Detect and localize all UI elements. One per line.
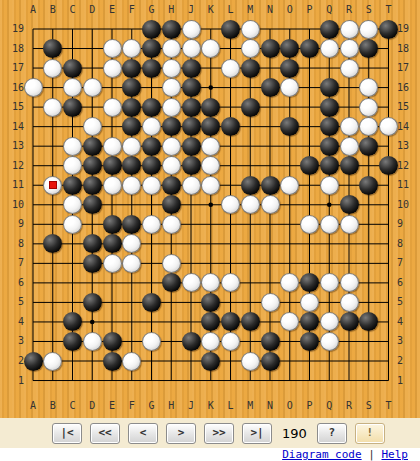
white-stone-M18 bbox=[241, 39, 260, 58]
coord-label: 18 bbox=[397, 42, 420, 56]
coord-label: T bbox=[380, 399, 398, 413]
coord-label: 19 bbox=[0, 22, 24, 36]
white-stone-F11 bbox=[122, 176, 141, 195]
white-stone-N5 bbox=[261, 293, 280, 312]
black-stone-H11 bbox=[162, 176, 181, 195]
coord-label: J bbox=[182, 399, 200, 413]
coord-label: O bbox=[281, 399, 299, 413]
black-stone-J14 bbox=[182, 117, 201, 136]
white-stone-L3 bbox=[221, 332, 240, 351]
black-stone-H14 bbox=[162, 117, 181, 136]
nav-forward-fast-button[interactable]: >> bbox=[204, 423, 234, 444]
black-stone-Q12 bbox=[320, 156, 339, 175]
white-stone-E7 bbox=[103, 254, 122, 273]
black-stone-E9 bbox=[103, 215, 122, 234]
coord-label: E bbox=[103, 3, 121, 17]
coord-label: 10 bbox=[0, 198, 24, 212]
white-stone-T14 bbox=[379, 117, 398, 136]
black-stone-G17 bbox=[142, 59, 161, 78]
white-stone-Q18 bbox=[320, 39, 339, 58]
coord-label: H bbox=[162, 399, 180, 413]
coord-label: 10 bbox=[397, 198, 420, 212]
nav-last-button[interactable]: >| bbox=[242, 423, 272, 444]
coord-label: 13 bbox=[0, 139, 24, 153]
help-button[interactable]: ? bbox=[317, 423, 347, 444]
coord-label: S bbox=[360, 399, 378, 413]
white-stone-B2 bbox=[43, 352, 62, 371]
white-stone-H12 bbox=[162, 156, 181, 175]
black-stone-M15 bbox=[241, 98, 260, 117]
coord-label: F bbox=[123, 3, 141, 17]
star-point bbox=[208, 202, 213, 207]
white-stone-M19 bbox=[241, 20, 260, 39]
coord-label: 14 bbox=[0, 120, 24, 134]
coord-label: B bbox=[44, 3, 62, 17]
black-stone-Q15 bbox=[320, 98, 339, 117]
coord-label: 8 bbox=[0, 237, 24, 251]
coord-label: 6 bbox=[0, 276, 24, 290]
black-stone-Q14 bbox=[320, 117, 339, 136]
coord-label: 15 bbox=[0, 100, 24, 114]
white-stone-J6 bbox=[182, 273, 201, 292]
black-stone-J13 bbox=[182, 137, 201, 156]
black-stone-D7 bbox=[83, 254, 102, 273]
black-stone-C17 bbox=[63, 59, 82, 78]
nav-back-button[interactable]: < bbox=[128, 423, 158, 444]
black-stone-C11 bbox=[63, 176, 82, 195]
white-stone-A16 bbox=[24, 78, 43, 97]
white-stone-R19 bbox=[340, 20, 359, 39]
black-stone-C3 bbox=[63, 332, 82, 351]
coord-label: M bbox=[241, 3, 259, 17]
coord-label: L bbox=[222, 3, 240, 17]
coord-label: 2 bbox=[397, 354, 420, 368]
white-stone-H18 bbox=[162, 39, 181, 58]
black-stone-O17 bbox=[280, 59, 299, 78]
black-stone-H10 bbox=[162, 195, 181, 214]
white-stone-F7 bbox=[122, 254, 141, 273]
white-stone-B15 bbox=[43, 98, 62, 117]
white-stone-H16 bbox=[162, 78, 181, 97]
black-stone-M11 bbox=[241, 176, 260, 195]
coord-label: 5 bbox=[0, 295, 24, 309]
coord-label: 2 bbox=[0, 354, 24, 368]
star-point bbox=[327, 202, 332, 207]
coord-label: 16 bbox=[397, 81, 420, 95]
coord-label: N bbox=[261, 399, 279, 413]
black-stone-H6 bbox=[162, 273, 181, 292]
black-stone-M17 bbox=[241, 59, 260, 78]
coord-label: C bbox=[64, 3, 82, 17]
white-stone-Q3 bbox=[320, 332, 339, 351]
black-stone-Q19 bbox=[320, 20, 339, 39]
white-stone-D14 bbox=[83, 117, 102, 136]
coord-label: E bbox=[103, 399, 121, 413]
white-stone-H15 bbox=[162, 98, 181, 117]
help-link[interactable]: Help bbox=[382, 448, 409, 461]
black-stone-J17 bbox=[182, 59, 201, 78]
coord-label: K bbox=[202, 399, 220, 413]
black-stone-P18 bbox=[300, 39, 319, 58]
go-diagram-app: AABBCCDDEEFFGGHHJJKKLLMMNNOOPPQQRRSSTT19… bbox=[0, 0, 420, 461]
coord-label: 1 bbox=[397, 374, 420, 388]
black-stone-N18 bbox=[261, 39, 280, 58]
white-stone-R5 bbox=[340, 293, 359, 312]
alert-button[interactable]: ! bbox=[355, 423, 385, 444]
black-stone-D11 bbox=[83, 176, 102, 195]
white-stone-P9 bbox=[300, 215, 319, 234]
white-stone-M10 bbox=[241, 195, 260, 214]
black-stone-N3 bbox=[261, 332, 280, 351]
black-stone-C15 bbox=[63, 98, 82, 117]
white-stone-G11 bbox=[142, 176, 161, 195]
coord-label: 4 bbox=[397, 315, 420, 329]
coord-label: S bbox=[360, 3, 378, 17]
coord-label: 17 bbox=[0, 61, 24, 75]
star-point bbox=[208, 85, 213, 90]
black-stone-D8 bbox=[83, 234, 102, 253]
white-stone-R6 bbox=[340, 273, 359, 292]
white-stone-N10 bbox=[261, 195, 280, 214]
black-stone-F15 bbox=[122, 98, 141, 117]
black-stone-H19 bbox=[162, 20, 181, 39]
white-stone-C16 bbox=[63, 78, 82, 97]
coord-label: B bbox=[44, 399, 62, 413]
black-stone-J12 bbox=[182, 156, 201, 175]
black-stone-R10 bbox=[340, 195, 359, 214]
star-point bbox=[90, 320, 95, 325]
coord-label: 19 bbox=[397, 22, 420, 36]
white-stone-O11 bbox=[280, 176, 299, 195]
coord-label: 13 bbox=[397, 139, 420, 153]
white-stone-K11 bbox=[201, 176, 220, 195]
coord-label: P bbox=[301, 3, 319, 17]
white-stone-Q6 bbox=[320, 273, 339, 292]
diagram-code-link[interactable]: Diagram code bbox=[282, 448, 361, 461]
coord-label: K bbox=[202, 3, 220, 17]
coord-label: Q bbox=[320, 399, 338, 413]
coord-label: P bbox=[301, 399, 319, 413]
white-stone-C9 bbox=[63, 215, 82, 234]
coord-label: 11 bbox=[397, 178, 420, 192]
black-stone-J3 bbox=[182, 332, 201, 351]
white-stone-E18 bbox=[103, 39, 122, 58]
coord-label: A bbox=[24, 399, 42, 413]
coord-label: D bbox=[83, 399, 101, 413]
white-stone-G9 bbox=[142, 215, 161, 234]
black-stone-G15 bbox=[142, 98, 161, 117]
go-board: AABBCCDDEEFFGGHHJJKKLLMMNNOOPPQQRRSSTT19… bbox=[0, 0, 420, 418]
black-stone-D10 bbox=[83, 195, 102, 214]
coord-label: H bbox=[162, 3, 180, 17]
coord-label: 12 bbox=[397, 159, 420, 173]
black-stone-G13 bbox=[142, 137, 161, 156]
coord-label: 7 bbox=[397, 256, 420, 270]
white-stone-F2 bbox=[122, 352, 141, 371]
coord-label: L bbox=[222, 399, 240, 413]
black-stone-G18 bbox=[142, 39, 161, 58]
coord-label: O bbox=[281, 3, 299, 17]
black-stone-S11 bbox=[359, 176, 378, 195]
coord-label: M bbox=[241, 399, 259, 413]
coord-label: 15 bbox=[397, 100, 420, 114]
white-stone-R17 bbox=[340, 59, 359, 78]
white-stone-R9 bbox=[340, 215, 359, 234]
white-stone-R18 bbox=[340, 39, 359, 58]
white-stone-L17 bbox=[221, 59, 240, 78]
coord-label: T bbox=[380, 3, 398, 17]
white-stone-R13 bbox=[340, 137, 359, 156]
black-stone-K15 bbox=[201, 98, 220, 117]
black-stone-E8 bbox=[103, 234, 122, 253]
coord-label: 11 bbox=[0, 178, 24, 192]
coord-label: A bbox=[24, 3, 42, 17]
black-stone-N16 bbox=[261, 78, 280, 97]
coord-label: C bbox=[64, 399, 82, 413]
black-stone-F17 bbox=[122, 59, 141, 78]
move-number: 190 bbox=[282, 426, 307, 441]
coord-label: G bbox=[143, 399, 161, 413]
white-stone-Q9 bbox=[320, 215, 339, 234]
white-stone-F13 bbox=[122, 137, 141, 156]
last-move-marker bbox=[49, 181, 57, 189]
coord-label: 8 bbox=[397, 237, 420, 251]
black-stone-A2 bbox=[24, 352, 43, 371]
black-stone-K2 bbox=[201, 352, 220, 371]
nav-forward-button[interactable]: > bbox=[166, 423, 196, 444]
link-separator: | bbox=[362, 448, 382, 461]
white-stone-H7 bbox=[162, 254, 181, 273]
black-stone-Q13 bbox=[320, 137, 339, 156]
black-stone-E12 bbox=[103, 156, 122, 175]
coord-label: D bbox=[83, 3, 101, 17]
black-stone-J16 bbox=[182, 78, 201, 97]
coord-label: 3 bbox=[0, 334, 24, 348]
coord-label: R bbox=[340, 399, 358, 413]
white-stone-E17 bbox=[103, 59, 122, 78]
coord-label: N bbox=[261, 3, 279, 17]
black-stone-L14 bbox=[221, 117, 240, 136]
coord-label: 4 bbox=[0, 315, 24, 329]
white-stone-Q11 bbox=[320, 176, 339, 195]
black-stone-T19 bbox=[379, 20, 398, 39]
black-stone-G5 bbox=[142, 293, 161, 312]
white-stone-J11 bbox=[182, 176, 201, 195]
white-stone-H9 bbox=[162, 215, 181, 234]
coord-label: 9 bbox=[397, 217, 420, 231]
black-stone-Q16 bbox=[320, 78, 339, 97]
white-stone-H13 bbox=[162, 137, 181, 156]
black-stone-R12 bbox=[340, 156, 359, 175]
coord-label: 5 bbox=[397, 295, 420, 309]
black-stone-N11 bbox=[261, 176, 280, 195]
navigation-bar: |< << < > >> >| 190 ? ! bbox=[0, 418, 420, 448]
black-stone-S13 bbox=[359, 137, 378, 156]
black-stone-E2 bbox=[103, 352, 122, 371]
coord-label: 7 bbox=[0, 256, 24, 270]
coord-label: F bbox=[123, 399, 141, 413]
black-stone-L19 bbox=[221, 20, 240, 39]
white-stone-B11 bbox=[43, 176, 62, 195]
white-stone-G14 bbox=[142, 117, 161, 136]
black-stone-D13 bbox=[83, 137, 102, 156]
black-stone-N2 bbox=[261, 352, 280, 371]
coord-label: 12 bbox=[0, 159, 24, 173]
white-stone-S19 bbox=[359, 20, 378, 39]
black-stone-E3 bbox=[103, 332, 122, 351]
coord-label: J bbox=[182, 3, 200, 17]
white-stone-B17 bbox=[43, 59, 62, 78]
footer-links: Diagram code | Help bbox=[0, 448, 420, 461]
white-stone-H17 bbox=[162, 59, 181, 78]
white-stone-S15 bbox=[359, 98, 378, 117]
coord-label: 18 bbox=[0, 42, 24, 56]
coord-label: Q bbox=[320, 3, 338, 17]
coord-label: 1 bbox=[0, 374, 24, 388]
coord-label: 14 bbox=[397, 120, 420, 134]
coord-label: 17 bbox=[397, 61, 420, 75]
black-stone-G19 bbox=[142, 20, 161, 39]
nav-first-button[interactable]: |< bbox=[52, 423, 82, 444]
white-stone-P5 bbox=[300, 293, 319, 312]
coord-label: G bbox=[143, 3, 161, 17]
coord-label: 6 bbox=[397, 276, 420, 290]
coord-label: R bbox=[340, 3, 358, 17]
black-stone-D12 bbox=[83, 156, 102, 175]
coord-label: 3 bbox=[397, 334, 420, 348]
white-stone-E15 bbox=[103, 98, 122, 117]
white-stone-R14 bbox=[340, 117, 359, 136]
white-stone-G3 bbox=[142, 332, 161, 351]
black-stone-D5 bbox=[83, 293, 102, 312]
coord-label: 9 bbox=[0, 217, 24, 231]
white-stone-D3 bbox=[83, 332, 102, 351]
white-stone-D16 bbox=[83, 78, 102, 97]
coord-label: 16 bbox=[0, 81, 24, 95]
nav-back-fast-button[interactable]: << bbox=[90, 423, 120, 444]
white-stone-J18 bbox=[182, 39, 201, 58]
white-stone-E13 bbox=[103, 137, 122, 156]
white-stone-M2 bbox=[241, 352, 260, 371]
black-stone-R4 bbox=[340, 312, 359, 331]
black-stone-F9 bbox=[122, 215, 141, 234]
white-stone-K13 bbox=[201, 137, 220, 156]
white-stone-E11 bbox=[103, 176, 122, 195]
white-stone-J19 bbox=[182, 20, 201, 39]
black-stone-J15 bbox=[182, 98, 201, 117]
white-stone-C13 bbox=[63, 137, 82, 156]
black-stone-P3 bbox=[300, 332, 319, 351]
